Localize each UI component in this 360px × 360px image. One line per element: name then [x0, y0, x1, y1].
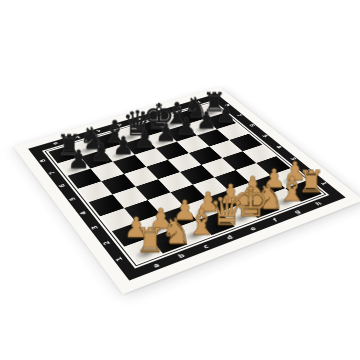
square-a4[interactable] — [89, 194, 124, 216]
piece-black-pawn-c7[interactable]: ♟ — [111, 135, 135, 158]
piece-black-pawn-f7[interactable]: ♟ — [175, 116, 198, 138]
piece-black-pawn-d7[interactable]: ♟ — [133, 128, 157, 151]
border-pinstripe-line: ♜♞♝♛♚♝♞♜♟♟♟♟♟♟♟♟♟♟♟♟♟♟♟♟♜♞♝♛♚♞♝♜ — [45, 101, 327, 266]
piece-black-pawn-e7[interactable]: ♟ — [154, 122, 178, 145]
square-a1[interactable]: ♜ — [124, 238, 163, 263]
square-c4[interactable] — [136, 179, 171, 200]
board-border-band: abcdefgh abcdefgh 87654321 87654321 ♜♞♝♛… — [28, 94, 346, 281]
border-pinstripe-inner: ♜♞♝♛♚♝♞♜♟♟♟♟♟♟♟♟♟♟♟♟♟♟♟♟♜♞♝♛♚♞♝♜ — [46, 102, 325, 265]
border-pinstripe-outer: ♜♞♝♛♚♝♞♜♟♟♟♟♟♟♟♟♟♟♟♟♟♟♟♟♜♞♝♛♚♞♝♜ — [42, 100, 329, 268]
chess-mat: abcdefgh abcdefgh 87654321 87654321 ♜♞♝♛… — [13, 87, 360, 294]
piece-black-pawn-h7[interactable]: ♟ — [215, 104, 238, 126]
board-grid: ♜♞♝♛♚♝♞♜♟♟♟♟♟♟♟♟♟♟♟♟♟♟♟♟♜♞♝♛♚♞♝♜ — [48, 103, 322, 263]
square-d5[interactable] — [146, 160, 180, 179]
piece-black-pawn-b7[interactable]: ♟ — [89, 141, 114, 164]
product-photo-canvas: abcdefgh abcdefgh 87654321 87654321 ♜♞♝♛… — [0, 0, 360, 360]
piece-black-pawn-a7[interactable]: ♟ — [66, 148, 91, 172]
piece-black-pawn-g7[interactable]: ♟ — [195, 110, 218, 132]
piece-white-rook-a1[interactable]: ♜ — [135, 226, 164, 258]
